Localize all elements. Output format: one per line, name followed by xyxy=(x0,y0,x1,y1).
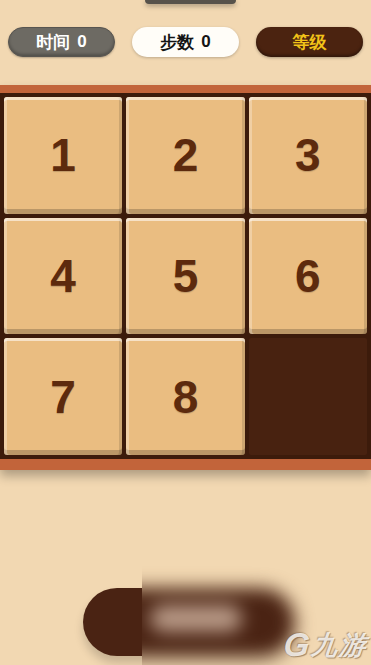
puzzle-board: 1 2 3 4 5 6 7 8 xyxy=(0,85,371,470)
tile-1[interactable]: 1 xyxy=(4,97,122,214)
blurred-button-text xyxy=(150,605,242,632)
tile-7[interactable]: 7 xyxy=(4,338,122,455)
top-cutoff-element xyxy=(145,0,236,4)
time-value: 0 xyxy=(77,32,86,52)
steps-value: 0 xyxy=(201,32,210,52)
time-label: 时间 xyxy=(36,31,70,54)
bottom-action-button-blurred-part[interactable] xyxy=(142,560,371,665)
steps-display: 步数 0 xyxy=(132,27,239,57)
bottom-action-button-sharp-part[interactable] xyxy=(0,560,142,665)
tile-5[interactable]: 5 xyxy=(126,218,244,335)
tile-6[interactable]: 6 xyxy=(249,218,367,335)
empty-cell xyxy=(249,338,367,455)
time-display: 时间 0 xyxy=(8,27,115,57)
tile-2[interactable]: 2 xyxy=(126,97,244,214)
steps-label: 步数 xyxy=(160,31,194,54)
level-label: 等级 xyxy=(293,31,327,54)
tile-3[interactable]: 3 xyxy=(249,97,367,214)
bottom-action-button-blur[interactable] xyxy=(142,588,295,656)
level-button[interactable]: 等级 xyxy=(256,27,363,57)
tile-8[interactable]: 8 xyxy=(126,338,244,455)
bottom-action-button[interactable] xyxy=(83,588,142,656)
tile-4[interactable]: 4 xyxy=(4,218,122,335)
status-bar: 时间 0 步数 0 等级 xyxy=(8,27,363,57)
puzzle-grid: 1 2 3 4 5 6 7 8 xyxy=(0,93,371,459)
